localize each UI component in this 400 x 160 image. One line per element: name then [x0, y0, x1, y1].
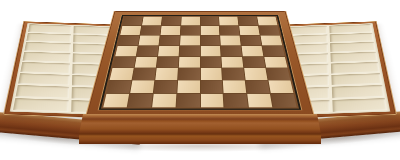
- board-square[interactable]: [110, 68, 134, 80]
- board-square[interactable]: [159, 35, 179, 45]
- chess-case-product-photo: [0, 0, 400, 160]
- board-square[interactable]: [241, 35, 262, 45]
- tray-compartment: [24, 42, 70, 52]
- board-square[interactable]: [158, 46, 179, 56]
- board-square[interactable]: [262, 46, 284, 56]
- board-square[interactable]: [142, 17, 162, 26]
- board-square[interactable]: [115, 46, 137, 56]
- board-square[interactable]: [242, 46, 264, 56]
- board-square[interactable]: [107, 81, 132, 94]
- board-square[interactable]: [180, 26, 199, 35]
- tray-compartment: [22, 52, 70, 63]
- board-square[interactable]: [257, 17, 277, 26]
- board-square[interactable]: [259, 26, 280, 35]
- board-square[interactable]: [123, 17, 143, 26]
- board-square[interactable]: [154, 81, 177, 94]
- board-square[interactable]: [220, 35, 240, 45]
- board-square[interactable]: [264, 57, 287, 68]
- board-square[interactable]: [140, 26, 160, 35]
- board-square[interactable]: [200, 46, 220, 56]
- board-border-line: [99, 15, 301, 110]
- board-square[interactable]: [246, 81, 270, 94]
- tray-compartment: [330, 62, 379, 74]
- tray-compartment: [20, 62, 69, 74]
- board-square[interactable]: [161, 17, 180, 26]
- board-square[interactable]: [178, 68, 200, 80]
- tray-compartment: [28, 24, 71, 33]
- tray-compartment: [330, 42, 376, 52]
- board-square[interactable]: [157, 57, 179, 68]
- board-square[interactable]: [138, 35, 159, 45]
- board-square[interactable]: [266, 68, 290, 80]
- tray-compartment: [26, 33, 70, 43]
- board-square[interactable]: [200, 35, 220, 45]
- board-square[interactable]: [200, 68, 222, 80]
- board-square[interactable]: [180, 35, 200, 45]
- board-square[interactable]: [247, 94, 272, 108]
- board-square[interactable]: [238, 17, 258, 26]
- board-square[interactable]: [128, 94, 153, 108]
- board-square[interactable]: [200, 17, 219, 26]
- board-square[interactable]: [200, 57, 221, 68]
- board-square[interactable]: [181, 17, 200, 26]
- chess-board-top: [85, 11, 315, 117]
- board-square[interactable]: [160, 26, 180, 35]
- tray-compartment: [331, 85, 384, 98]
- tray-compartment: [13, 98, 68, 112]
- board-square[interactable]: [200, 81, 223, 94]
- board-square[interactable]: [178, 57, 199, 68]
- tray-compartment: [332, 98, 387, 112]
- board-square[interactable]: [244, 68, 267, 80]
- board-square[interactable]: [120, 26, 141, 35]
- board-square[interactable]: [222, 57, 244, 68]
- board-square[interactable]: [219, 17, 238, 26]
- board-square[interactable]: [113, 57, 136, 68]
- board-square[interactable]: [177, 81, 200, 94]
- board-square[interactable]: [224, 94, 248, 108]
- board-square[interactable]: [137, 46, 159, 56]
- tray-compartment: [330, 52, 378, 63]
- board-square[interactable]: [239, 26, 259, 35]
- board-square[interactable]: [155, 68, 177, 80]
- board-square[interactable]: [152, 94, 176, 108]
- board-square[interactable]: [118, 35, 140, 45]
- tray-compartment: [18, 73, 69, 85]
- board-square[interactable]: [261, 35, 283, 45]
- board-square[interactable]: [103, 94, 129, 108]
- board-square[interactable]: [269, 81, 294, 94]
- board-square[interactable]: [200, 94, 223, 108]
- board-square[interactable]: [135, 57, 157, 68]
- board-square[interactable]: [130, 81, 154, 94]
- board-frame: [85, 11, 315, 117]
- case-plinth: [79, 114, 321, 144]
- tray-compartment: [329, 33, 373, 43]
- board-square[interactable]: [200, 26, 219, 35]
- tray-compartment: [329, 24, 372, 33]
- board-square[interactable]: [132, 68, 155, 80]
- chess-board-grid: [103, 17, 296, 108]
- board-square[interactable]: [220, 26, 240, 35]
- tray-compartment: [16, 85, 69, 98]
- board-square[interactable]: [243, 57, 265, 68]
- tray-compartment: [331, 73, 382, 85]
- board-square[interactable]: [176, 94, 199, 108]
- board-square[interactable]: [223, 81, 246, 94]
- board-square[interactable]: [221, 46, 242, 56]
- board-square[interactable]: [271, 94, 297, 108]
- board-square[interactable]: [222, 68, 244, 80]
- board-square[interactable]: [179, 46, 199, 56]
